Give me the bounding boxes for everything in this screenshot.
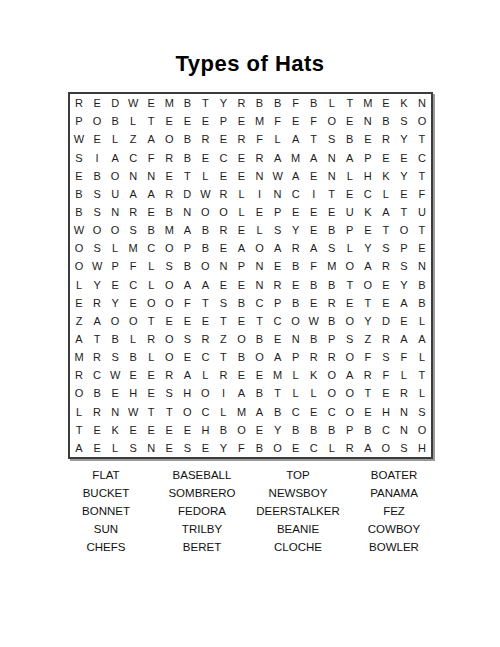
grid-cell[interactable]: O: [341, 312, 359, 330]
grid-cell[interactable]: K: [305, 366, 323, 384]
grid-cell[interactable]: L: [413, 348, 431, 366]
grid-cell[interactable]: Z: [124, 130, 142, 148]
grid-cell[interactable]: E: [214, 275, 232, 293]
grid-cell[interactable]: E: [70, 167, 88, 185]
grid-cell[interactable]: E: [214, 130, 232, 148]
grid-cell[interactable]: E: [178, 312, 196, 330]
grid-cell[interactable]: E: [160, 167, 178, 185]
grid-cell[interactable]: E: [305, 294, 323, 312]
grid-cell[interactable]: U: [106, 185, 124, 203]
grid-cell[interactable]: T: [377, 221, 395, 239]
grid-cell[interactable]: B: [124, 348, 142, 366]
grid-cell[interactable]: S: [106, 348, 124, 366]
grid-cell[interactable]: A: [395, 330, 413, 348]
grid-cell[interactable]: B: [70, 185, 88, 203]
grid-cell[interactable]: L: [124, 112, 142, 130]
grid-cell[interactable]: E: [232, 221, 250, 239]
grid-cell[interactable]: R: [305, 348, 323, 366]
grid-cell[interactable]: E: [377, 275, 395, 293]
grid-cell[interactable]: N: [359, 112, 377, 130]
grid-cell[interactable]: S: [341, 330, 359, 348]
grid-cell[interactable]: F: [269, 112, 287, 130]
grid-cell[interactable]: B: [269, 94, 287, 112]
grid-cell[interactable]: M: [359, 94, 377, 112]
grid-cell[interactable]: Y: [269, 421, 287, 439]
grid-cell[interactable]: O: [196, 257, 214, 275]
grid-cell[interactable]: E: [287, 203, 305, 221]
grid-cell[interactable]: L: [142, 348, 160, 366]
grid-cell[interactable]: B: [178, 257, 196, 275]
grid-cell[interactable]: S: [88, 239, 106, 257]
grid-cell[interactable]: C: [124, 148, 142, 166]
grid-cell[interactable]: E: [232, 112, 250, 130]
grid-cell[interactable]: O: [196, 203, 214, 221]
grid-cell[interactable]: F: [232, 439, 250, 457]
grid-cell[interactable]: S: [124, 439, 142, 457]
grid-cell[interactable]: P: [269, 203, 287, 221]
grid-cell[interactable]: A: [70, 439, 88, 457]
grid-cell[interactable]: L: [142, 275, 160, 293]
grid-cell[interactable]: A: [395, 294, 413, 312]
grid-cell[interactable]: C: [196, 348, 214, 366]
grid-cell[interactable]: S: [395, 439, 413, 457]
grid-cell[interactable]: E: [232, 148, 250, 166]
grid-cell[interactable]: R: [160, 366, 178, 384]
grid-cell[interactable]: M: [124, 239, 142, 257]
grid-cell[interactable]: S: [178, 439, 196, 457]
grid-cell[interactable]: L: [106, 130, 124, 148]
grid-cell[interactable]: B: [377, 112, 395, 130]
grid-cell[interactable]: E: [377, 148, 395, 166]
grid-cell[interactable]: A: [124, 185, 142, 203]
grid-cell[interactable]: L: [287, 384, 305, 402]
grid-cell[interactable]: C: [196, 403, 214, 421]
grid-cell[interactable]: M: [232, 403, 250, 421]
grid-cell[interactable]: N: [178, 203, 196, 221]
grid-cell[interactable]: N: [250, 167, 268, 185]
grid-cell[interactable]: N: [323, 148, 341, 166]
grid-cell[interactable]: O: [160, 130, 178, 148]
grid-cell[interactable]: E: [160, 112, 178, 130]
grid-cell[interactable]: E: [232, 366, 250, 384]
grid-cell[interactable]: S: [178, 330, 196, 348]
grid-cell[interactable]: A: [178, 221, 196, 239]
grid-cell[interactable]: R: [160, 185, 178, 203]
grid-cell[interactable]: Y: [88, 275, 106, 293]
grid-cell[interactable]: E: [287, 112, 305, 130]
grid-cell[interactable]: L: [70, 403, 88, 421]
grid-cell[interactable]: E: [395, 185, 413, 203]
grid-cell[interactable]: L: [232, 203, 250, 221]
grid-cell[interactable]: S: [323, 130, 341, 148]
grid-cell[interactable]: O: [232, 330, 250, 348]
grid-cell[interactable]: S: [395, 112, 413, 130]
grid-cell[interactable]: D: [106, 94, 124, 112]
grid-cell[interactable]: O: [88, 221, 106, 239]
grid-cell[interactable]: E: [269, 330, 287, 348]
grid-cell[interactable]: T: [142, 112, 160, 130]
grid-cell[interactable]: B: [196, 239, 214, 257]
grid-cell[interactable]: B: [305, 275, 323, 293]
grid-cell[interactable]: O: [395, 221, 413, 239]
grid-cell[interactable]: R: [377, 330, 395, 348]
grid-cell[interactable]: E: [214, 167, 232, 185]
grid-cell[interactable]: B: [232, 294, 250, 312]
grid-cell[interactable]: R: [88, 294, 106, 312]
grid-cell[interactable]: N: [413, 257, 431, 275]
grid-cell[interactable]: M: [269, 366, 287, 384]
grid-cell[interactable]: E: [287, 275, 305, 293]
grid-cell[interactable]: L: [70, 275, 88, 293]
grid-cell[interactable]: O: [142, 294, 160, 312]
grid-cell[interactable]: A: [178, 366, 196, 384]
grid-cell[interactable]: E: [124, 366, 142, 384]
grid-cell[interactable]: S: [124, 221, 142, 239]
grid-cell[interactable]: O: [323, 112, 341, 130]
grid-cell[interactable]: R: [287, 239, 305, 257]
grid-cell[interactable]: S: [70, 148, 88, 166]
grid-cell[interactable]: W: [70, 221, 88, 239]
grid-cell[interactable]: T: [142, 312, 160, 330]
grid-cell[interactable]: W: [70, 130, 88, 148]
grid-cell[interactable]: H: [124, 384, 142, 402]
grid-cell[interactable]: A: [269, 348, 287, 366]
grid-cell[interactable]: C: [214, 148, 232, 166]
grid-cell[interactable]: Z: [70, 312, 88, 330]
grid-cell[interactable]: O: [341, 403, 359, 421]
grid-cell[interactable]: E: [160, 421, 178, 439]
grid-cell[interactable]: E: [341, 112, 359, 130]
grid-cell[interactable]: E: [142, 384, 160, 402]
grid-cell[interactable]: R: [269, 275, 287, 293]
grid-cell[interactable]: P: [359, 148, 377, 166]
grid-cell[interactable]: R: [88, 403, 106, 421]
grid-cell[interactable]: H: [413, 439, 431, 457]
grid-cell[interactable]: A: [88, 312, 106, 330]
grid-cell[interactable]: C: [287, 403, 305, 421]
grid-cell[interactable]: T: [269, 384, 287, 402]
grid-cell[interactable]: E: [214, 239, 232, 257]
grid-cell[interactable]: F: [250, 130, 268, 148]
grid-cell[interactable]: B: [250, 330, 268, 348]
grid-cell[interactable]: E: [395, 312, 413, 330]
grid-cell[interactable]: E: [196, 148, 214, 166]
grid-cell[interactable]: B: [106, 112, 124, 130]
grid-cell[interactable]: O: [323, 366, 341, 384]
grid-cell[interactable]: C: [377, 421, 395, 439]
grid-cell[interactable]: B: [305, 421, 323, 439]
grid-cell[interactable]: B: [70, 203, 88, 221]
grid-cell[interactable]: P: [70, 112, 88, 130]
grid-cell[interactable]: M: [287, 148, 305, 166]
grid-cell[interactable]: B: [413, 294, 431, 312]
grid-cell[interactable]: L: [341, 167, 359, 185]
grid-cell[interactable]: B: [323, 312, 341, 330]
grid-cell[interactable]: B: [323, 421, 341, 439]
grid-cell[interactable]: R: [124, 203, 142, 221]
grid-cell[interactable]: F: [305, 257, 323, 275]
grid-cell[interactable]: F: [142, 148, 160, 166]
grid-cell[interactable]: L: [196, 366, 214, 384]
grid-cell[interactable]: L: [341, 239, 359, 257]
grid-cell[interactable]: N: [269, 185, 287, 203]
grid-cell[interactable]: O: [269, 439, 287, 457]
grid-cell[interactable]: P: [341, 421, 359, 439]
grid-cell[interactable]: A: [305, 148, 323, 166]
grid-cell[interactable]: O: [413, 421, 431, 439]
grid-cell[interactable]: S: [323, 239, 341, 257]
grid-cell[interactable]: E: [196, 312, 214, 330]
grid-cell[interactable]: Z: [214, 330, 232, 348]
grid-cell[interactable]: P: [341, 221, 359, 239]
grid-cell[interactable]: L: [196, 167, 214, 185]
grid-cell[interactable]: E: [232, 312, 250, 330]
grid-cell[interactable]: R: [142, 330, 160, 348]
grid-cell[interactable]: M: [323, 257, 341, 275]
grid-cell[interactable]: R: [196, 330, 214, 348]
grid-cell[interactable]: L: [214, 403, 232, 421]
grid-cell[interactable]: T: [413, 221, 431, 239]
grid-cell[interactable]: N: [106, 203, 124, 221]
grid-cell[interactable]: E: [142, 94, 160, 112]
grid-cell[interactable]: E: [359, 130, 377, 148]
grid-cell[interactable]: R: [70, 366, 88, 384]
grid-cell[interactable]: S: [214, 294, 232, 312]
grid-cell[interactable]: T: [88, 330, 106, 348]
grid-cell[interactable]: B: [287, 421, 305, 439]
grid-cell[interactable]: W: [269, 167, 287, 185]
grid-cell[interactable]: Y: [359, 239, 377, 257]
grid-cell[interactable]: N: [142, 439, 160, 457]
grid-cell[interactable]: O: [287, 312, 305, 330]
grid-cell[interactable]: A: [106, 148, 124, 166]
grid-cell[interactable]: O: [413, 112, 431, 130]
grid-cell[interactable]: B: [196, 221, 214, 239]
grid-cell[interactable]: B: [305, 330, 323, 348]
grid-cell[interactable]: K: [359, 203, 377, 221]
grid-cell[interactable]: E: [232, 167, 250, 185]
grid-cell[interactable]: D: [377, 312, 395, 330]
grid-cell[interactable]: L: [395, 366, 413, 384]
grid-cell[interactable]: N: [250, 275, 268, 293]
grid-cell[interactable]: C: [413, 148, 431, 166]
grid-cell[interactable]: N: [287, 330, 305, 348]
grid-cell[interactable]: A: [250, 403, 268, 421]
grid-cell[interactable]: A: [178, 275, 196, 293]
grid-cell[interactable]: A: [341, 366, 359, 384]
grid-cell[interactable]: T: [323, 185, 341, 203]
grid-cell[interactable]: T: [413, 366, 431, 384]
grid-cell[interactable]: O: [106, 221, 124, 239]
grid-cell[interactable]: B: [250, 439, 268, 457]
grid-cell[interactable]: P: [106, 257, 124, 275]
grid-cell[interactable]: A: [269, 239, 287, 257]
grid-cell[interactable]: T: [250, 312, 268, 330]
grid-cell[interactable]: P: [323, 330, 341, 348]
grid-cell[interactable]: A: [341, 148, 359, 166]
grid-cell[interactable]: B: [88, 167, 106, 185]
grid-cell[interactable]: M: [160, 94, 178, 112]
grid-cell[interactable]: P: [214, 112, 232, 130]
grid-cell[interactable]: A: [359, 257, 377, 275]
grid-cell[interactable]: T: [142, 403, 160, 421]
grid-cell[interactable]: P: [287, 348, 305, 366]
grid-cell[interactable]: F: [395, 348, 413, 366]
grid-cell[interactable]: C: [287, 185, 305, 203]
grid-cell[interactable]: Y: [287, 221, 305, 239]
grid-cell[interactable]: E: [178, 348, 196, 366]
grid-cell[interactable]: L: [305, 384, 323, 402]
grid-cell[interactable]: C: [124, 275, 142, 293]
grid-cell[interactable]: O: [323, 384, 341, 402]
grid-cell[interactable]: L: [142, 257, 160, 275]
grid-cell[interactable]: A: [70, 330, 88, 348]
grid-cell[interactable]: H: [377, 403, 395, 421]
grid-cell[interactable]: E: [106, 384, 124, 402]
grid-cell[interactable]: B: [178, 130, 196, 148]
grid-cell[interactable]: T: [395, 203, 413, 221]
grid-cell[interactable]: Y: [214, 439, 232, 457]
grid-cell[interactable]: O: [88, 112, 106, 130]
grid-cell[interactable]: E: [377, 94, 395, 112]
grid-cell[interactable]: W: [196, 185, 214, 203]
grid-cell[interactable]: O: [160, 348, 178, 366]
grid-cell[interactable]: T: [341, 94, 359, 112]
grid-cell[interactable]: N: [395, 403, 413, 421]
grid-cell[interactable]: A: [232, 384, 250, 402]
grid-cell[interactable]: O: [160, 330, 178, 348]
grid-cell[interactable]: E: [377, 294, 395, 312]
grid-cell[interactable]: S: [395, 257, 413, 275]
grid-cell[interactable]: S: [160, 257, 178, 275]
grid-cell[interactable]: L: [250, 221, 268, 239]
grid-cell[interactable]: N: [413, 94, 431, 112]
grid-cell[interactable]: E: [106, 275, 124, 293]
grid-cell[interactable]: P: [232, 257, 250, 275]
grid-cell[interactable]: R: [250, 148, 268, 166]
grid-cell[interactable]: E: [232, 275, 250, 293]
grid-cell[interactable]: I: [250, 185, 268, 203]
grid-cell[interactable]: O: [178, 403, 196, 421]
grid-cell[interactable]: O: [160, 275, 178, 293]
grid-cell[interactable]: R: [377, 130, 395, 148]
grid-cell[interactable]: S: [160, 384, 178, 402]
grid-cell[interactable]: T: [214, 348, 232, 366]
grid-cell[interactable]: R: [323, 294, 341, 312]
grid-cell[interactable]: F: [359, 348, 377, 366]
grid-cell[interactable]: A: [305, 239, 323, 257]
grid-cell[interactable]: Y: [214, 94, 232, 112]
grid-cell[interactable]: K: [106, 421, 124, 439]
grid-cell[interactable]: E: [88, 130, 106, 148]
grid-cell[interactable]: O: [341, 348, 359, 366]
grid-cell[interactable]: A: [142, 185, 160, 203]
grid-cell[interactable]: E: [287, 439, 305, 457]
grid-cell[interactable]: L: [106, 439, 124, 457]
grid-cell[interactable]: A: [269, 148, 287, 166]
grid-cell[interactable]: P: [269, 294, 287, 312]
grid-cell[interactable]: R: [214, 185, 232, 203]
grid-cell[interactable]: P: [395, 239, 413, 257]
grid-cell[interactable]: N: [106, 403, 124, 421]
grid-cell[interactable]: B: [287, 294, 305, 312]
grid-cell[interactable]: C: [305, 439, 323, 457]
grid-cell[interactable]: E: [142, 366, 160, 384]
grid-cell[interactable]: S: [413, 403, 431, 421]
grid-cell[interactable]: P: [178, 239, 196, 257]
grid-cell[interactable]: B: [323, 275, 341, 293]
grid-cell[interactable]: I: [88, 148, 106, 166]
grid-cell[interactable]: B: [287, 257, 305, 275]
grid-cell[interactable]: N: [124, 167, 142, 185]
grid-cell[interactable]: U: [413, 203, 431, 221]
grid-cell[interactable]: E: [178, 421, 196, 439]
grid-cell[interactable]: E: [88, 421, 106, 439]
grid-cell[interactable]: E: [341, 294, 359, 312]
grid-cell[interactable]: C: [269, 312, 287, 330]
grid-cell[interactable]: A: [287, 167, 305, 185]
grid-cell[interactable]: I: [214, 384, 232, 402]
grid-cell[interactable]: O: [124, 312, 142, 330]
grid-cell[interactable]: B: [178, 148, 196, 166]
grid-cell[interactable]: L: [232, 185, 250, 203]
grid-cell[interactable]: F: [305, 112, 323, 130]
grid-cell[interactable]: Y: [359, 312, 377, 330]
grid-cell[interactable]: T: [413, 167, 431, 185]
grid-cell[interactable]: E: [323, 203, 341, 221]
grid-cell[interactable]: S: [269, 221, 287, 239]
grid-cell[interactable]: B: [269, 403, 287, 421]
grid-cell[interactable]: R: [232, 94, 250, 112]
grid-cell[interactable]: F: [178, 294, 196, 312]
grid-cell[interactable]: B: [232, 348, 250, 366]
grid-cell[interactable]: E: [178, 112, 196, 130]
grid-cell[interactable]: L: [124, 330, 142, 348]
grid-cell[interactable]: R: [359, 366, 377, 384]
grid-cell[interactable]: O: [70, 239, 88, 257]
grid-cell[interactable]: Z: [359, 330, 377, 348]
grid-cell[interactable]: A: [377, 203, 395, 221]
grid-cell[interactable]: R: [196, 130, 214, 148]
grid-cell[interactable]: T: [359, 384, 377, 402]
grid-cell[interactable]: L: [323, 439, 341, 457]
grid-cell[interactable]: O: [160, 239, 178, 257]
grid-cell[interactable]: B: [178, 94, 196, 112]
grid-cell[interactable]: L: [413, 312, 431, 330]
grid-cell[interactable]: B: [305, 94, 323, 112]
grid-cell[interactable]: M: [250, 112, 268, 130]
grid-cell[interactable]: E: [250, 203, 268, 221]
grid-cell[interactable]: Y: [395, 275, 413, 293]
grid-cell[interactable]: W: [106, 366, 124, 384]
grid-cell[interactable]: E: [305, 203, 323, 221]
grid-cell[interactable]: K: [395, 94, 413, 112]
grid-cell[interactable]: R: [88, 348, 106, 366]
grid-cell[interactable]: W: [124, 403, 142, 421]
grid-cell[interactable]: E: [269, 257, 287, 275]
grid-cell[interactable]: B: [106, 330, 124, 348]
grid-cell[interactable]: B: [341, 130, 359, 148]
grid-cell[interactable]: T: [196, 294, 214, 312]
grid-cell[interactable]: A: [359, 439, 377, 457]
grid-cell[interactable]: O: [70, 257, 88, 275]
grid-cell[interactable]: N: [395, 421, 413, 439]
grid-cell[interactable]: O: [341, 257, 359, 275]
grid-cell[interactable]: C: [323, 403, 341, 421]
grid-cell[interactable]: E: [142, 421, 160, 439]
grid-cell[interactable]: C: [88, 366, 106, 384]
grid-cell[interactable]: B: [250, 94, 268, 112]
